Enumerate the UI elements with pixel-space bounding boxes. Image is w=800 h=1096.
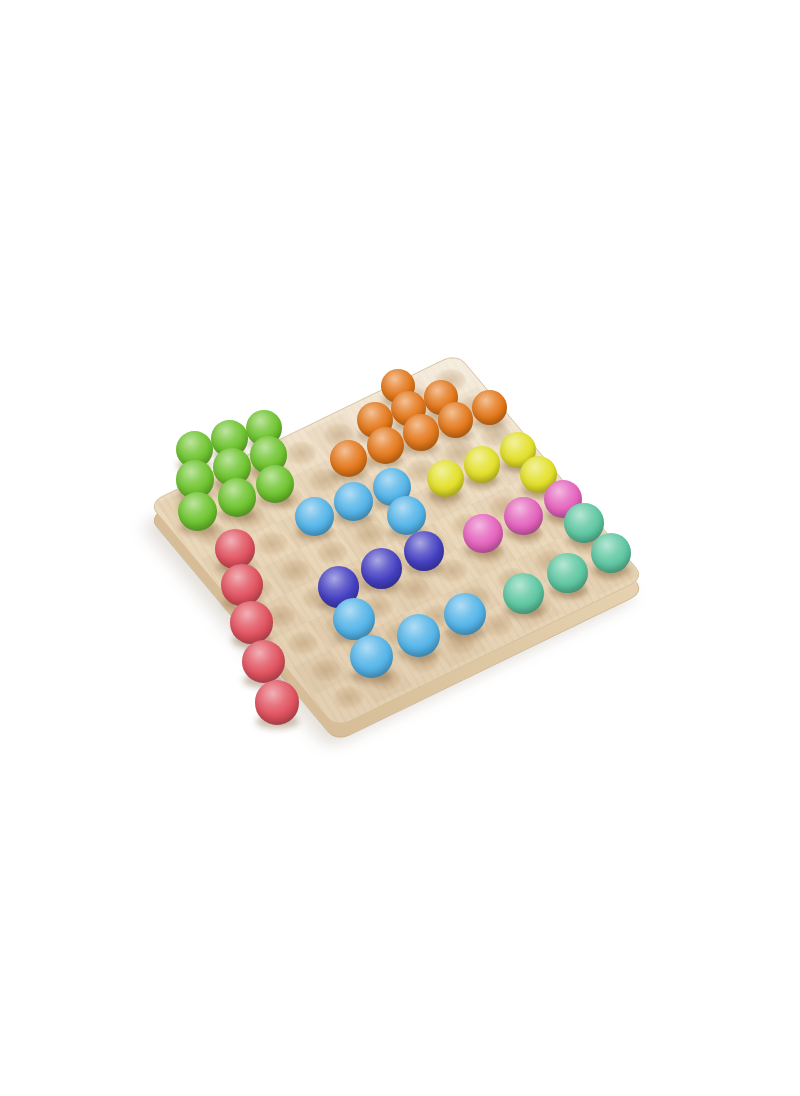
- bead-pink[interactable]: [504, 497, 543, 536]
- bead-dark-blue[interactable]: [404, 531, 444, 571]
- bead-orange[interactable]: [403, 414, 439, 450]
- bead-yellow[interactable]: [464, 446, 501, 483]
- product-photo-stage: [0, 0, 800, 1096]
- bead-green[interactable]: [218, 478, 257, 517]
- bead-dark-blue[interactable]: [361, 548, 402, 589]
- bead-sky-blue[interactable]: [397, 614, 440, 657]
- bead-sky-blue[interactable]: [333, 598, 375, 640]
- bead-red[interactable]: [230, 601, 272, 643]
- bead-orange[interactable]: [472, 390, 507, 425]
- bead-red[interactable]: [255, 680, 300, 725]
- bead-mint[interactable]: [591, 533, 631, 573]
- bead-green[interactable]: [256, 465, 294, 503]
- bead-yellow[interactable]: [427, 460, 464, 497]
- bead-orange[interactable]: [438, 402, 474, 438]
- bead-pink[interactable]: [463, 514, 502, 553]
- bead-sky-blue[interactable]: [295, 497, 334, 536]
- bead-red[interactable]: [242, 640, 286, 684]
- bead-orange[interactable]: [367, 427, 404, 464]
- bead-red[interactable]: [221, 564, 262, 605]
- bead-sky-blue[interactable]: [444, 593, 486, 635]
- bead-sky-blue[interactable]: [334, 482, 373, 521]
